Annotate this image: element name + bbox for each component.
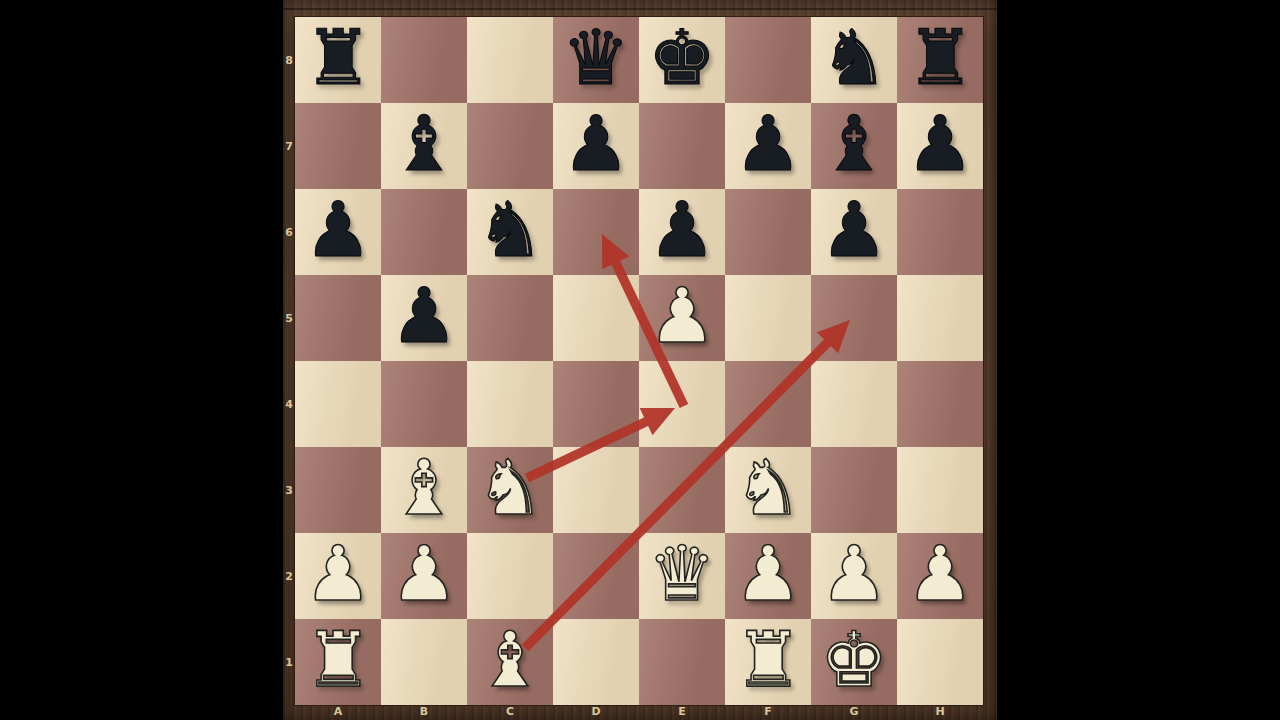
piece-black-rook-h8: ♜ [897,17,983,103]
file-label-d: D [553,703,639,719]
piece-black-pawn-d7: ♟ [553,103,639,189]
rank-label-5: 5 [283,275,295,361]
square-e5[interactable]: ♟ [639,275,725,361]
square-d8[interactable]: ♛ [553,17,639,103]
rank-label-1: 1 [283,619,295,705]
square-g6[interactable]: ♟ [811,189,897,275]
rank-label-8: 8 [283,17,295,103]
square-h6[interactable] [897,189,983,275]
piece-black-king-e8: ♚ [639,17,725,103]
file-label-c: C [467,703,553,719]
square-h7[interactable]: ♟ [897,103,983,189]
square-d1[interactable] [553,619,639,705]
square-b5[interactable]: ♟ [381,275,467,361]
square-c8[interactable] [467,17,553,103]
square-d2[interactable] [553,533,639,619]
square-b3[interactable]: ♝ [381,447,467,533]
square-e1[interactable] [639,619,725,705]
piece-white-queen-e2: ♛ [639,533,725,619]
rank-label-6: 6 [283,189,295,275]
square-e4[interactable] [639,361,725,447]
square-g5[interactable] [811,275,897,361]
piece-white-pawn-f2: ♟ [725,533,811,619]
square-c6[interactable]: ♞ [467,189,553,275]
rank-label-4: 4 [283,361,295,447]
rank-label-3: 3 [283,447,295,533]
square-e8[interactable]: ♚ [639,17,725,103]
square-d5[interactable] [553,275,639,361]
file-label-f: F [725,703,811,719]
square-e6[interactable]: ♟ [639,189,725,275]
file-label-b: B [381,703,467,719]
piece-black-pawn-e6: ♟ [639,189,725,275]
piece-white-pawn-b2: ♟ [381,533,467,619]
rank-label-7: 7 [283,103,295,189]
square-b8[interactable] [381,17,467,103]
piece-white-pawn-g2: ♟ [811,533,897,619]
piece-white-king-g1: ♚ [811,619,897,705]
square-f5[interactable] [725,275,811,361]
square-h1[interactable] [897,619,983,705]
square-c7[interactable] [467,103,553,189]
piece-white-bishop-b3: ♝ [381,447,467,533]
square-f1[interactable]: ♜ [725,619,811,705]
piece-white-knight-c3: ♞ [467,447,553,533]
piece-black-knight-g8: ♞ [811,17,897,103]
chessboard: ♜♛♚♞♜♝♟♟♝♟♟♞♟♟♟♟♝♞♞♟♟♛♟♟♟♜♝♜♚ [295,17,983,705]
video-frame: ♜♛♚♞♜♝♟♟♝♟♟♞♟♟♟♟♝♞♞♟♟♛♟♟♟♜♝♜♚ 87654321 A… [0,0,1280,720]
square-a4[interactable] [295,361,381,447]
piece-black-bishop-g7: ♝ [811,103,897,189]
square-g2[interactable]: ♟ [811,533,897,619]
square-a3[interactable] [295,447,381,533]
square-g3[interactable] [811,447,897,533]
square-h5[interactable] [897,275,983,361]
square-f6[interactable] [725,189,811,275]
square-b6[interactable] [381,189,467,275]
square-b2[interactable]: ♟ [381,533,467,619]
piece-black-knight-c6: ♞ [467,189,553,275]
file-label-e: E [639,703,725,719]
piece-black-pawn-b5: ♟ [381,275,467,361]
square-e2[interactable]: ♛ [639,533,725,619]
square-d4[interactable] [553,361,639,447]
square-h4[interactable] [897,361,983,447]
square-e3[interactable] [639,447,725,533]
square-h3[interactable] [897,447,983,533]
square-c5[interactable] [467,275,553,361]
piece-black-bishop-b7: ♝ [381,103,467,189]
file-label-h: H [897,703,983,719]
square-h8[interactable]: ♜ [897,17,983,103]
piece-white-rook-f1: ♜ [725,619,811,705]
square-b4[interactable] [381,361,467,447]
square-d3[interactable] [553,447,639,533]
square-a6[interactable]: ♟ [295,189,381,275]
square-c4[interactable] [467,361,553,447]
square-g7[interactable]: ♝ [811,103,897,189]
chessboard-frame: ♜♛♚♞♜♝♟♟♝♟♟♞♟♟♟♟♝♞♞♟♟♛♟♟♟♜♝♜♚ 87654321 A… [283,0,997,720]
square-g8[interactable]: ♞ [811,17,897,103]
file-label-a: A [295,703,381,719]
piece-white-bishop-c1: ♝ [467,619,553,705]
square-c2[interactable] [467,533,553,619]
piece-white-pawn-h2: ♟ [897,533,983,619]
piece-black-pawn-g6: ♟ [811,189,897,275]
piece-black-rook-a8: ♜ [295,17,381,103]
square-f7[interactable]: ♟ [725,103,811,189]
rank-label-2: 2 [283,533,295,619]
square-a8[interactable]: ♜ [295,17,381,103]
piece-white-knight-f3: ♞ [725,447,811,533]
square-g1[interactable]: ♚ [811,619,897,705]
square-c1[interactable]: ♝ [467,619,553,705]
file-label-g: G [811,703,897,719]
piece-white-pawn-e5: ♟ [639,275,725,361]
piece-white-pawn-a2: ♟ [295,533,381,619]
square-b7[interactable]: ♝ [381,103,467,189]
piece-black-pawn-f7: ♟ [725,103,811,189]
square-f2[interactable]: ♟ [725,533,811,619]
square-h2[interactable]: ♟ [897,533,983,619]
square-a2[interactable]: ♟ [295,533,381,619]
square-a1[interactable]: ♜ [295,619,381,705]
piece-white-rook-a1: ♜ [295,619,381,705]
piece-black-pawn-a6: ♟ [295,189,381,275]
square-d6[interactable] [553,189,639,275]
square-b1[interactable] [381,619,467,705]
square-c3[interactable]: ♞ [467,447,553,533]
square-e7[interactable] [639,103,725,189]
square-f3[interactable]: ♞ [725,447,811,533]
piece-black-queen-d8: ♛ [553,17,639,103]
square-f8[interactable] [725,17,811,103]
square-f4[interactable] [725,361,811,447]
square-a5[interactable] [295,275,381,361]
piece-black-pawn-h7: ♟ [897,103,983,189]
square-a7[interactable] [295,103,381,189]
square-g4[interactable] [811,361,897,447]
square-d7[interactable]: ♟ [553,103,639,189]
